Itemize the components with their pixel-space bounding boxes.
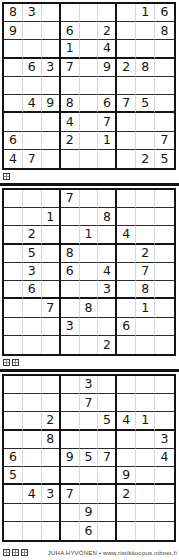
sudoku-cell-r1c4: 7 [61, 190, 80, 208]
sudoku-cell-r9c1: 4 [4, 150, 23, 168]
sudoku-cell-r4c7[interactable] [117, 245, 136, 263]
sudoku-cell-r6c6: 6 [98, 95, 117, 113]
sudoku-cell-r8c4: 3 [61, 318, 80, 336]
sudoku-cell-r5c7[interactable] [117, 263, 136, 281]
sudoku-cell-r2c2[interactable] [23, 208, 42, 226]
sudoku-cell-r2c9: 8 [155, 22, 174, 40]
sudoku-cell-r1c9[interactable] [155, 190, 174, 208]
sudoku-cell-r1c8[interactable] [136, 190, 155, 208]
sudoku-cell-r4c3[interactable] [42, 245, 61, 263]
sudoku-cell-r4c6[interactable] [98, 431, 117, 449]
sudoku-cell-r7c8: 1 [136, 299, 155, 317]
sudoku-cell-r8c6[interactable] [98, 504, 117, 522]
sudoku-cell-r5c6[interactable] [98, 77, 117, 95]
sudoku-cell-r6c7: 9 [117, 467, 136, 485]
sudoku-cell-r9c7[interactable] [117, 336, 136, 354]
sudoku-cell-r1c2[interactable] [23, 376, 42, 394]
sudoku-cell-r6c8[interactable] [136, 467, 155, 485]
sudoku-cell-r4c2[interactable] [23, 431, 42, 449]
sudoku-cell-r8c1[interactable] [4, 504, 23, 522]
sudoku-cell-r2c7[interactable] [117, 394, 136, 412]
sudoku-cell-r2c6[interactable] [98, 394, 117, 412]
sudoku-cell-r7c3: 7 [42, 299, 61, 317]
sudoku-cell-r5c1: 6 [4, 449, 23, 467]
sudoku-cell-r2c2[interactable] [23, 394, 42, 412]
sudoku-cell-r6c5[interactable] [80, 95, 99, 113]
sudoku-cell-r8c5: 9 [80, 504, 99, 522]
sudoku-cell-r8c6[interactable] [98, 318, 117, 336]
sudoku-cell-r1c3[interactable] [42, 376, 61, 394]
sudoku-cell-r5c8[interactable] [136, 449, 155, 467]
sudoku-cell-r1c8: 1 [136, 4, 155, 22]
sudoku-cell-r2c8[interactable] [136, 22, 155, 40]
sudoku-cell-r8c6: 1 [98, 132, 117, 150]
sudoku-cell-r9c1[interactable] [4, 522, 23, 540]
sudoku-cell-r6c8: 5 [136, 95, 155, 113]
sudoku-cell-r1c4[interactable] [61, 376, 80, 394]
sudoku-cell-r8c3[interactable] [42, 318, 61, 336]
sudoku-cell-r4c1[interactable] [4, 245, 23, 263]
sudoku-cell-r1c7[interactable] [117, 376, 136, 394]
sudoku-cell-r4c6: 9 [98, 59, 117, 77]
sudoku-cell-r2c7[interactable] [117, 22, 136, 40]
sudoku-cell-r7c7[interactable] [117, 299, 136, 317]
sudoku-cell-r5c6: 7 [98, 449, 117, 467]
sudoku-cell-r3c4[interactable] [61, 412, 80, 430]
sudoku-cell-r5c4[interactable] [61, 77, 80, 95]
sudoku-cell-r3c5[interactable] [80, 40, 99, 58]
sudoku-cell-r5c4: 9 [61, 449, 80, 467]
sudoku-cell-r3c4[interactable] [61, 226, 80, 244]
sudoku-cell-r1c8[interactable] [136, 376, 155, 394]
difficulty-grid-icon [3, 173, 10, 180]
sudoku-cell-r7c5[interactable] [80, 113, 99, 131]
sudoku-cell-r4c5[interactable] [80, 431, 99, 449]
sudoku-cell-r4c5[interactable] [80, 59, 99, 77]
sudoku-cell-r7c5[interactable] [80, 485, 99, 503]
sudoku-cell-r1c5[interactable] [80, 190, 99, 208]
sudoku-cell-r1c6[interactable] [98, 190, 117, 208]
sudoku-board-2: 7182145823647638781362 [2, 188, 176, 356]
sudoku-cell-r7c2: 4 [23, 485, 42, 503]
credit-text: JUHA HYVÖNEN • www.ristikkoopus.mbnet.fi [48, 550, 177, 556]
sudoku-cell-r2c6: 8 [98, 208, 117, 226]
sudoku-cell-r7c3[interactable] [42, 113, 61, 131]
sudoku-cell-r2c1[interactable] [4, 394, 23, 412]
sudoku-cell-r5c3[interactable] [42, 77, 61, 95]
sudoku-cell-r7c7[interactable] [117, 113, 136, 131]
sudoku-cell-r6c4: 8 [61, 95, 80, 113]
sudoku-cell-r2c8[interactable] [136, 394, 155, 412]
sudoku-cell-r7c6: 7 [98, 113, 117, 131]
sudoku-cell-r4c4[interactable] [61, 431, 80, 449]
sudoku-cell-r7c4: 7 [61, 485, 80, 503]
sudoku-cell-r8c3[interactable] [42, 504, 61, 522]
sudoku-cell-r1c6[interactable] [98, 376, 117, 394]
sudoku-cell-r7c1[interactable] [4, 485, 23, 503]
sudoku-cell-r8c7[interactable] [117, 504, 136, 522]
sudoku-cell-r2c4[interactable] [61, 208, 80, 226]
sudoku-cell-r7c6[interactable] [98, 299, 117, 317]
difficulty-grid-icon [12, 549, 19, 556]
sudoku-cell-r7c3: 3 [42, 485, 61, 503]
sudoku-cell-r8c1: 6 [4, 132, 23, 150]
sudoku-cell-r9c3[interactable] [42, 336, 61, 354]
sudoku-cell-r5c5[interactable] [80, 263, 99, 281]
sudoku-cell-r5c2[interactable] [23, 77, 42, 95]
sudoku-cell-r5c4: 6 [61, 263, 80, 281]
sudoku-cell-r9c5: 6 [80, 522, 99, 540]
sudoku-cell-r3c8[interactable] [136, 40, 155, 58]
sudoku-cell-r3c1[interactable] [4, 40, 23, 58]
sudoku-cell-r8c2[interactable] [23, 318, 42, 336]
sudoku-cell-r4c6[interactable] [98, 245, 117, 263]
sudoku-cell-r1c1: 8 [4, 4, 23, 22]
sudoku-cell-r6c1[interactable] [4, 281, 23, 299]
sudoku-cell-r9c7[interactable] [117, 522, 136, 540]
sudoku-cell-r9c9: 5 [155, 150, 174, 168]
sudoku-cell-r1c3[interactable] [42, 190, 61, 208]
section-divider [0, 369, 179, 372]
sudoku-cell-r9c8[interactable] [136, 522, 155, 540]
sudoku-cell-r4c5[interactable] [80, 245, 99, 263]
sudoku-cell-r5c1[interactable] [4, 263, 23, 281]
sudoku-cell-r5c3[interactable] [42, 449, 61, 467]
sudoku-cell-r6c2: 4 [23, 95, 42, 113]
sudoku-cell-r2c9[interactable] [155, 208, 174, 226]
sudoku-cell-r1c9: 6 [155, 4, 174, 22]
sudoku-cell-r2c3[interactable] [42, 394, 61, 412]
sudoku-cell-r9c4[interactable] [61, 336, 80, 354]
sudoku-cell-r7c5: 8 [80, 299, 99, 317]
difficulty-grid-icon [12, 359, 19, 366]
sudoku-cell-r9c9[interactable] [155, 522, 174, 540]
sudoku-cell-r4c4: 7 [61, 59, 80, 77]
sudoku-cell-r2c5: 7 [80, 394, 99, 412]
sudoku-cell-r8c1[interactable] [4, 318, 23, 336]
sudoku-cell-r4c8: 2 [136, 245, 155, 263]
sudoku-cell-r9c5[interactable] [80, 150, 99, 168]
sudoku-cell-r6c3[interactable] [42, 467, 61, 485]
sudoku-cell-r7c9[interactable] [155, 485, 174, 503]
sudoku-cell-r1c2[interactable] [23, 190, 42, 208]
sudoku-cell-r9c7[interactable] [117, 150, 136, 168]
sudoku-cell-r6c6: 3 [98, 281, 117, 299]
sudoku-cell-r3c9[interactable] [155, 40, 174, 58]
sudoku-cell-r7c2[interactable] [23, 113, 42, 131]
sudoku-cell-r2c1[interactable] [4, 208, 23, 226]
sudoku-cell-r4c1[interactable] [4, 59, 23, 77]
sudoku-cell-r9c8: 2 [136, 150, 155, 168]
sudoku-cell-r8c9[interactable] [155, 318, 174, 336]
sudoku-cell-r8c5[interactable] [80, 318, 99, 336]
sudoku-cell-r2c8[interactable] [136, 208, 155, 226]
sudoku-cell-r1c5[interactable] [80, 4, 99, 22]
sudoku-cell-r5c7[interactable] [117, 449, 136, 467]
sudoku-cell-r3c5: 1 [80, 226, 99, 244]
sudoku-cell-r4c2: 6 [23, 59, 42, 77]
sudoku-cell-r4c2: 5 [23, 245, 42, 263]
sudoku-cell-r2c5[interactable] [80, 22, 99, 40]
sudoku-cell-r5c9[interactable] [155, 263, 174, 281]
sudoku-cell-r2c3[interactable] [42, 22, 61, 40]
sudoku-cell-r4c7[interactable] [117, 431, 136, 449]
sudoku-cell-r3c5[interactable] [80, 412, 99, 430]
sudoku-cell-r3c3[interactable] [42, 40, 61, 58]
sudoku-cell-r9c9[interactable] [155, 336, 174, 354]
sudoku-cell-r9c6[interactable] [98, 150, 117, 168]
sudoku-cell-r5c6: 4 [98, 263, 117, 281]
sudoku-cell-r8c4: 2 [61, 132, 80, 150]
sudoku-cell-r5c2[interactable] [23, 449, 42, 467]
sudoku-cell-r7c4: 4 [61, 113, 80, 131]
sudoku-cell-r7c6[interactable] [98, 485, 117, 503]
sudoku-cell-r1c4[interactable] [61, 4, 80, 22]
sudoku-cell-r2c9[interactable] [155, 394, 174, 412]
sudoku-cell-r6c9[interactable] [155, 281, 174, 299]
sudoku-cell-r9c4[interactable] [61, 150, 80, 168]
sudoku-cell-r9c1[interactable] [4, 336, 23, 354]
sudoku-cell-r1c6[interactable] [98, 4, 117, 22]
sudoku-cell-r9c5[interactable] [80, 336, 99, 354]
sudoku-cell-r3c9[interactable] [155, 226, 174, 244]
sudoku-cell-r2c3: 1 [42, 208, 61, 226]
sudoku-cell-r8c5[interactable] [80, 132, 99, 150]
sudoku-cell-r5c7[interactable] [117, 77, 136, 95]
sudoku-cell-r5c8[interactable] [136, 77, 155, 95]
difficulty-indicator-3 [3, 549, 28, 556]
sudoku-cell-r7c2[interactable] [23, 299, 42, 317]
sudoku-cell-r9c3[interactable] [42, 522, 61, 540]
sudoku-cell-r8c9: 7 [155, 132, 174, 150]
sudoku-cell-r3c3: 2 [42, 412, 61, 430]
sudoku-board-3: 372541836957459437296 [2, 374, 176, 542]
difficulty-indicator-2 [3, 358, 179, 366]
sudoku-cell-r5c9[interactable] [155, 77, 174, 95]
difficulty-grid-icon [3, 549, 10, 556]
difficulty-grid-icon [21, 549, 28, 556]
section-divider [0, 183, 179, 186]
sudoku-cell-r3c2: 2 [23, 226, 42, 244]
sudoku-cell-r8c8[interactable] [136, 132, 155, 150]
sudoku-cell-r3c6[interactable] [98, 226, 117, 244]
sudoku-cell-r7c1[interactable] [4, 113, 23, 131]
sudoku-cell-r4c4: 8 [61, 245, 80, 263]
sudoku-cell-r3c3[interactable] [42, 226, 61, 244]
sudoku-cell-r8c7[interactable] [117, 132, 136, 150]
sheet-footer: JUHA HYVÖNEN • www.ristikkoopus.mbnet.fi [3, 548, 177, 557]
sudoku-cell-r2c6: 2 [98, 22, 117, 40]
sudoku-cell-r5c9: 4 [155, 449, 174, 467]
sudoku-cell-r3c2[interactable] [23, 412, 42, 430]
sudoku-cell-r3c1[interactable] [4, 412, 23, 430]
sudoku-cell-r9c6: 2 [98, 336, 117, 354]
sudoku-cell-r5c3[interactable] [42, 263, 61, 281]
sudoku-cell-r6c2: 6 [23, 281, 42, 299]
sudoku-cell-r6c4[interactable] [61, 467, 80, 485]
sudoku-cell-r3c7[interactable] [117, 40, 136, 58]
sudoku-cell-r1c2: 3 [23, 4, 42, 22]
sudoku-cell-r9c2[interactable] [23, 522, 42, 540]
sudoku-cell-r7c8[interactable] [136, 113, 155, 131]
sudoku-cell-r4c3: 8 [42, 431, 61, 449]
sudoku-cell-r6c7: 7 [117, 95, 136, 113]
sudoku-cell-r3c6: 5 [98, 412, 117, 430]
sudoku-cell-r5c1[interactable] [4, 77, 23, 95]
sudoku-cell-r3c6: 4 [98, 40, 117, 58]
sudoku-cell-r4c7: 2 [117, 59, 136, 77]
sudoku-cell-r6c4[interactable] [61, 281, 80, 299]
sudoku-cell-r5c5[interactable] [80, 77, 99, 95]
sudoku-cell-r1c3[interactable] [42, 4, 61, 22]
sudoku-cell-r8c8[interactable] [136, 504, 155, 522]
sudoku-cell-r4c9: 3 [155, 431, 174, 449]
sudoku-cell-r6c8: 8 [136, 281, 155, 299]
sudoku-cell-r2c7[interactable] [117, 208, 136, 226]
sudoku-cell-r1c1[interactable] [4, 190, 23, 208]
sudoku-cell-r6c6[interactable] [98, 467, 117, 485]
sudoku-cell-r3c9[interactable] [155, 412, 174, 430]
sudoku-cell-r4c8: 8 [136, 59, 155, 77]
sudoku-cell-r3c8[interactable] [136, 226, 155, 244]
sudoku-cell-r7c8[interactable] [136, 485, 155, 503]
sudoku-sheet: 83169628146379284986754762174725 7182145… [0, 2, 179, 560]
sudoku-cell-r3c4: 1 [61, 40, 80, 58]
sudoku-cell-r4c9[interactable] [155, 59, 174, 77]
sudoku-cell-r3c8: 1 [136, 412, 155, 430]
sudoku-cell-r1c5: 3 [80, 376, 99, 394]
sudoku-cell-r2c4: 6 [61, 22, 80, 40]
sudoku-cell-r6c2[interactable] [23, 467, 42, 485]
sudoku-cell-r7c9[interactable] [155, 113, 174, 131]
sudoku-cell-r6c3: 9 [42, 95, 61, 113]
sudoku-cell-r3c1[interactable] [4, 226, 23, 244]
sudoku-cell-r6c9[interactable] [155, 95, 174, 113]
sudoku-cell-r5c2: 3 [23, 263, 42, 281]
sudoku-cell-r8c3[interactable] [42, 132, 61, 150]
sudoku-cell-r6c7[interactable] [117, 281, 136, 299]
sudoku-cell-r1c7[interactable] [117, 190, 136, 208]
sudoku-cell-r7c7: 2 [117, 485, 136, 503]
sudoku-cell-r7c1[interactable] [4, 299, 23, 317]
sudoku-cell-r8c2[interactable] [23, 132, 42, 150]
sudoku-cell-r8c7: 6 [117, 318, 136, 336]
sudoku-cell-r9c2: 7 [23, 150, 42, 168]
sudoku-cell-r1c7[interactable] [117, 4, 136, 22]
sudoku-cell-r4c1[interactable] [4, 431, 23, 449]
difficulty-indicator-1 [3, 172, 179, 180]
sudoku-cell-r5c5: 5 [80, 449, 99, 467]
sudoku-cell-r3c2[interactable] [23, 40, 42, 58]
sudoku-cell-r9c3[interactable] [42, 150, 61, 168]
difficulty-grid-icon [3, 359, 10, 366]
sudoku-cell-r1c9[interactable] [155, 376, 174, 394]
sudoku-cell-r7c9[interactable] [155, 299, 174, 317]
sudoku-cell-r3c7: 4 [117, 226, 136, 244]
sudoku-cell-r9c2[interactable] [23, 336, 42, 354]
sudoku-cell-r6c1[interactable] [4, 95, 23, 113]
sudoku-cell-r5c8: 7 [136, 263, 155, 281]
sudoku-cell-r4c9[interactable] [155, 245, 174, 263]
sudoku-cell-r9c6[interactable] [98, 522, 117, 540]
sudoku-cell-r8c9[interactable] [155, 504, 174, 522]
sudoku-cell-r2c4[interactable] [61, 394, 80, 412]
sudoku-cell-r8c4[interactable] [61, 504, 80, 522]
sudoku-cell-r9c8[interactable] [136, 336, 155, 354]
sudoku-board-1: 83169628146379284986754762174725 [2, 2, 176, 170]
sudoku-cell-r4c8[interactable] [136, 431, 155, 449]
sudoku-cell-r6c1: 5 [4, 467, 23, 485]
sudoku-cell-r6c3[interactable] [42, 281, 61, 299]
sudoku-cell-r6c5[interactable] [80, 467, 99, 485]
sudoku-cell-r2c1: 9 [4, 22, 23, 40]
sudoku-cell-r6c5[interactable] [80, 281, 99, 299]
sudoku-cell-r8c8[interactable] [136, 318, 155, 336]
sudoku-cell-r9c4[interactable] [61, 522, 80, 540]
sudoku-cell-r4c3: 3 [42, 59, 61, 77]
sudoku-cell-r6c9[interactable] [155, 467, 174, 485]
sudoku-cell-r2c2[interactable] [23, 22, 42, 40]
sudoku-cell-r3c7: 4 [117, 412, 136, 430]
sudoku-cell-r2c5[interactable] [80, 208, 99, 226]
sudoku-cell-r8c2[interactable] [23, 504, 42, 522]
sudoku-cell-r7c4[interactable] [61, 299, 80, 317]
sudoku-cell-r1c1[interactable] [4, 376, 23, 394]
